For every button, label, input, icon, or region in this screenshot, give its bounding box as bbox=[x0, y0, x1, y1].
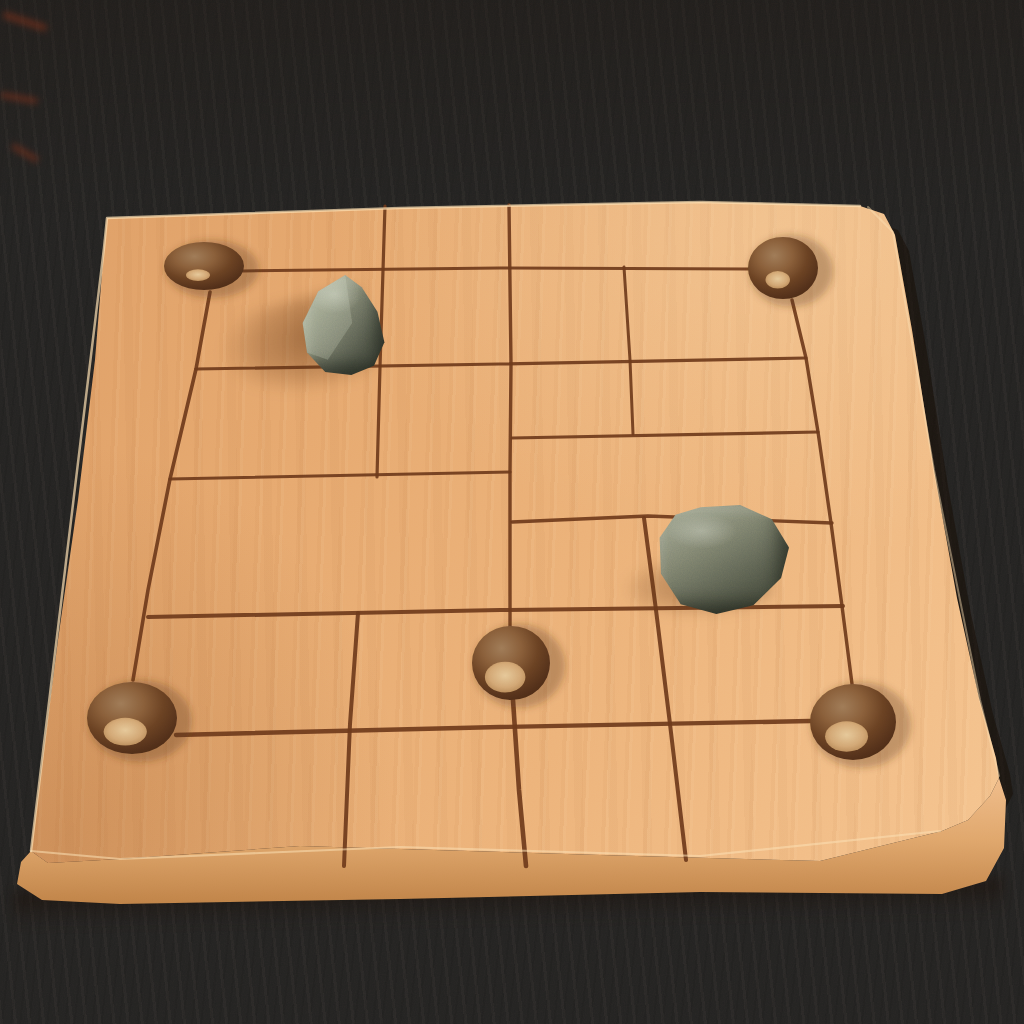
photo-scene bbox=[0, 0, 1024, 1024]
photo-grain bbox=[0, 0, 1024, 1024]
